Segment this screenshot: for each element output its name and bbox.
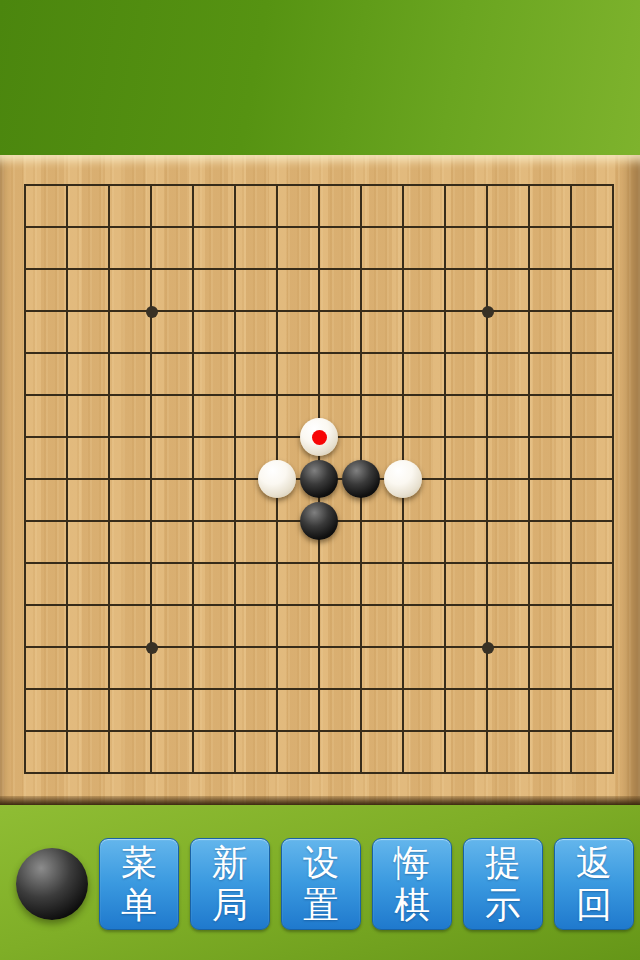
stone-black bbox=[300, 460, 338, 498]
star-point bbox=[146, 306, 158, 318]
toolbar: 菜单 新局 设置 悔棋 提示 返回 bbox=[99, 838, 634, 930]
undo-button-label: 悔棋 bbox=[393, 842, 431, 927]
star-point bbox=[482, 642, 494, 654]
hint-button-label: 提示 bbox=[484, 842, 522, 927]
stone-white bbox=[300, 418, 338, 456]
gomoku-board[interactable] bbox=[0, 155, 640, 805]
back-button-label: 返回 bbox=[575, 842, 613, 927]
new-game-button-label: 新局 bbox=[211, 842, 249, 927]
top-banner bbox=[0, 0, 640, 155]
back-button[interactable]: 返回 bbox=[554, 838, 634, 930]
stone-black bbox=[342, 460, 380, 498]
menu-button-label: 菜单 bbox=[120, 842, 158, 927]
menu-button[interactable]: 菜单 bbox=[99, 838, 179, 930]
settings-button-label: 设置 bbox=[302, 842, 340, 927]
turn-indicator-black-stone bbox=[16, 848, 88, 920]
hint-button[interactable]: 提示 bbox=[463, 838, 543, 930]
stone-white bbox=[258, 460, 296, 498]
star-point bbox=[146, 642, 158, 654]
stone-white bbox=[384, 460, 422, 498]
bottom-toolbar: 菜单 新局 设置 悔棋 提示 返回 bbox=[0, 805, 640, 960]
star-point bbox=[482, 306, 494, 318]
new-game-button[interactable]: 新局 bbox=[190, 838, 270, 930]
last-move-marker bbox=[312, 430, 327, 445]
app-screen: 菜单 新局 设置 悔棋 提示 返回 bbox=[0, 0, 640, 960]
settings-button[interactable]: 设置 bbox=[281, 838, 361, 930]
undo-button[interactable]: 悔棋 bbox=[372, 838, 452, 930]
stone-black bbox=[300, 502, 338, 540]
